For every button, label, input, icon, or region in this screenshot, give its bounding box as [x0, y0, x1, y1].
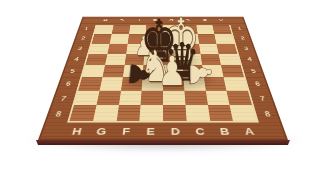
square-f3 [126, 44, 145, 54]
square-a2 [215, 34, 235, 43]
square-e6 [142, 77, 163, 90]
square-c8 [185, 105, 210, 121]
rank-label-left-5: 5 [61, 65, 84, 77]
square-e2 [145, 34, 163, 43]
square-g2 [109, 34, 128, 43]
square-d5 [163, 65, 183, 77]
square-f7 [119, 90, 142, 105]
square-c4 [182, 54, 202, 65]
board-squares [67, 25, 259, 123]
file-label-near-d: D [163, 123, 188, 139]
square-f4 [124, 54, 144, 65]
square-d2 [163, 34, 181, 43]
square-b2 [197, 34, 216, 43]
square-g3 [107, 44, 127, 54]
file-labels-near: HGFEDCBA [62, 123, 264, 139]
rank-label-right-2: 2 [233, 34, 253, 44]
square-e5 [143, 65, 163, 77]
square-d4 [163, 54, 182, 65]
square-d8 [163, 105, 186, 121]
file-label-near-a: A [235, 123, 264, 139]
rank-label-right-3: 3 [236, 43, 257, 53]
square-g1 [111, 25, 129, 34]
square-e7 [141, 90, 163, 105]
square-a1 [213, 25, 232, 34]
rank-label-right-8: 8 [254, 106, 282, 123]
file-label-near-c: C [187, 123, 213, 139]
square-g6 [99, 77, 122, 90]
rank-label-left-6: 6 [56, 77, 81, 91]
square-b5 [202, 65, 224, 77]
file-label-far-e: E [146, 17, 163, 24]
square-f8 [116, 105, 141, 121]
file-label-near-f: F [113, 123, 139, 139]
board-side-edge [36, 140, 290, 145]
file-labels-far: HGFEDCBA [96, 17, 230, 24]
square-h3 [89, 44, 110, 54]
file-label-far-f: F [130, 17, 147, 24]
square-f1 [129, 25, 147, 34]
square-f5 [122, 65, 143, 77]
file-label-far-b: B [196, 17, 214, 24]
file-label-far-g: G [113, 17, 131, 24]
file-label-far-a: A [212, 17, 230, 24]
square-c2 [180, 34, 199, 43]
rank-label-right-4: 4 [239, 54, 261, 65]
square-a5 [221, 65, 244, 77]
rank-label-right-6: 6 [246, 77, 271, 91]
rank-label-right-7: 7 [250, 91, 276, 106]
square-g4 [105, 54, 126, 65]
square-c7 [184, 90, 207, 105]
square-d3 [163, 44, 182, 54]
square-g8 [93, 105, 119, 121]
file-label-near-g: G [87, 123, 115, 139]
square-h2 [92, 34, 112, 43]
square-h1 [94, 25, 113, 34]
square-e4 [144, 54, 163, 65]
file-label-near-h: H [62, 123, 91, 139]
square-b1 [196, 25, 214, 34]
square-d1 [163, 25, 180, 34]
square-d7 [163, 90, 185, 105]
square-b4 [200, 54, 221, 65]
square-h5 [82, 65, 105, 77]
square-f2 [127, 34, 146, 43]
square-c3 [181, 44, 200, 54]
board-photo-scene: HGFEDCBA HGFEDCBA 12345678 12345678 ♟♚♚♟… [0, 0, 320, 180]
square-h4 [85, 54, 107, 65]
square-c1 [180, 25, 198, 34]
chess-board: HGFEDCBA HGFEDCBA 12345678 12345678 [38, 17, 288, 140]
rank-label-right-1: 1 [230, 25, 249, 34]
square-e8 [140, 105, 163, 121]
square-b6 [204, 77, 227, 90]
file-label-far-c: C [179, 17, 196, 24]
square-e1 [146, 25, 163, 34]
square-a3 [217, 44, 238, 54]
square-b3 [199, 44, 219, 54]
square-c5 [182, 65, 203, 77]
rank-label-left-4: 4 [65, 54, 87, 65]
square-f6 [121, 77, 143, 90]
rank-label-left-1: 1 [76, 25, 95, 34]
square-a4 [219, 54, 241, 65]
square-a8 [230, 105, 257, 121]
rank-label-left-8: 8 [44, 106, 72, 123]
square-a7 [227, 90, 252, 105]
file-label-near-b: B [211, 123, 239, 139]
rank-label-right-5: 5 [242, 65, 265, 77]
square-d6 [163, 77, 184, 90]
square-g5 [102, 65, 124, 77]
file-label-far-h: H [96, 17, 114, 24]
rank-label-left-2: 2 [73, 34, 93, 44]
square-e3 [144, 44, 163, 54]
file-label-near-e: E [138, 123, 163, 139]
file-label-far-d: D [163, 17, 180, 24]
rank-label-left-3: 3 [69, 43, 90, 53]
rank-label-left-7: 7 [50, 91, 76, 106]
square-a6 [224, 77, 248, 90]
square-c6 [183, 77, 205, 90]
square-g7 [96, 90, 120, 105]
